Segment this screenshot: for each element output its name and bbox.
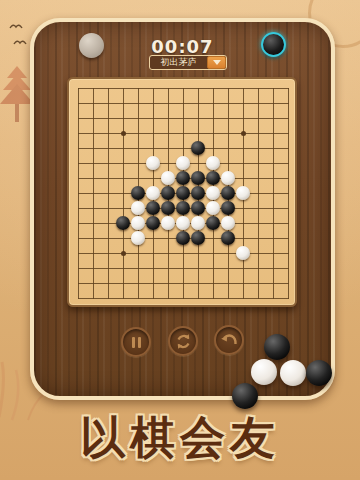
stone-black [191,186,205,200]
stone-black [191,141,205,155]
stone-white [131,231,145,245]
chevron-down-icon [213,60,221,65]
stone-white [161,171,175,185]
star-point [121,131,126,136]
gomoku-board[interactable] [67,77,297,307]
stone-white [191,216,205,230]
difficulty-dropdown[interactable]: 初出茅庐 [149,55,227,70]
stone-white [131,201,145,215]
stone-black [206,171,220,185]
stone-white [221,171,235,185]
bird-mark-icon [13,38,27,45]
stone-black [206,216,220,230]
board-grid[interactable] [78,88,289,299]
stone-black [146,201,160,215]
stone-black [176,171,190,185]
stone-white [131,216,145,230]
stone-white [206,201,220,215]
stone-black [176,186,190,200]
stone-white [236,246,250,260]
difficulty-label: 初出茅庐 [150,56,207,69]
pause-button[interactable] [121,327,151,357]
dropdown-arrow-button[interactable] [207,56,226,69]
stone-white [161,216,175,230]
stone-white [146,186,160,200]
black-player-stone-active-turn [261,32,286,57]
bird-mark-icon [9,22,23,29]
decor-stone-white [251,359,277,385]
decor-stone-white [280,360,306,386]
star-point [121,251,126,256]
stone-white [221,216,235,230]
stone-black [161,186,175,200]
restart-icon [175,333,192,350]
undo-button[interactable] [214,325,244,355]
stone-black [191,231,205,245]
stone-black [161,201,175,215]
stone-white [206,186,220,200]
pagoda-tree-decoration [0,64,34,124]
decor-stone-black [264,334,290,360]
decor-stone-black [232,383,258,409]
stone-white [236,186,250,200]
stone-black [221,231,235,245]
pause-icon [132,337,141,348]
decor-stone-black [306,360,332,386]
stone-white [146,156,160,170]
stone-black [146,216,160,230]
undo-icon [220,332,238,348]
stone-white [176,156,190,170]
slogan-text: 以棋会友 [0,408,360,468]
stone-black [176,201,190,215]
stone-black [116,216,130,230]
stone-black [131,186,145,200]
stone-white [206,156,220,170]
stone-black [191,201,205,215]
star-point [241,131,246,136]
stone-black [176,231,190,245]
white-player-stone [79,33,104,58]
stone-black [191,171,205,185]
stone-white [176,216,190,230]
stone-black [221,201,235,215]
stone-black [221,186,235,200]
restart-button[interactable] [168,326,198,356]
